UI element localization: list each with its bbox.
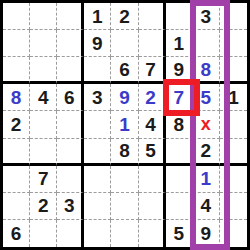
- cell-r7c8[interactable]: 1: [193, 166, 220, 193]
- cell-r8c4[interactable]: [84, 193, 111, 220]
- cell-r6c5[interactable]: 8: [111, 139, 138, 166]
- cell-r6c4[interactable]: [84, 139, 111, 166]
- cell-r1c6[interactable]: [139, 3, 166, 30]
- sudoku-board: 1239167988463927512148x85271234659: [0, 0, 250, 250]
- cell-r3c3[interactable]: [57, 57, 84, 84]
- cell-r9c8[interactable]: 9: [193, 220, 220, 247]
- cell-r5c4[interactable]: [84, 111, 111, 138]
- cell-r9c5[interactable]: [111, 220, 138, 247]
- cell-r7c4[interactable]: [84, 166, 111, 193]
- cell-r6c9[interactable]: [220, 139, 247, 166]
- cell-r9c9[interactable]: [220, 220, 247, 247]
- sudoku-grid: 1239167988463927512148x85271234659: [0, 0, 250, 250]
- cell-r5c9[interactable]: [220, 111, 247, 138]
- cell-r8c5[interactable]: [111, 193, 138, 220]
- cell-r2c1[interactable]: [3, 30, 30, 57]
- cell-r5c6[interactable]: 4: [139, 111, 166, 138]
- cell-r5c7[interactable]: 8: [166, 111, 193, 138]
- cell-r6c2[interactable]: [30, 139, 57, 166]
- cell-r5c2[interactable]: [30, 111, 57, 138]
- cell-r4c8[interactable]: 5: [193, 84, 220, 111]
- cell-r4c2[interactable]: 4: [30, 84, 57, 111]
- cell-r4c3[interactable]: 6: [57, 84, 84, 111]
- cell-r5c5[interactable]: 1: [111, 111, 138, 138]
- cell-r2c6[interactable]: [139, 30, 166, 57]
- cell-r9c2[interactable]: [30, 220, 57, 247]
- cell-r9c6[interactable]: [139, 220, 166, 247]
- cell-r8c9[interactable]: [220, 193, 247, 220]
- cell-r1c3[interactable]: [57, 3, 84, 30]
- cell-r1c2[interactable]: [30, 3, 57, 30]
- cell-r8c8[interactable]: 4: [193, 193, 220, 220]
- cell-r4c6[interactable]: 2: [139, 84, 166, 111]
- cell-r9c3[interactable]: [57, 220, 84, 247]
- cell-r7c3[interactable]: [57, 166, 84, 193]
- cell-r6c7[interactable]: [166, 139, 193, 166]
- cell-r4c9[interactable]: 1: [220, 84, 247, 111]
- cell-r1c4[interactable]: 1: [84, 3, 111, 30]
- cell-r4c7[interactable]: 7: [166, 84, 193, 111]
- cell-r2c5[interactable]: [111, 30, 138, 57]
- cell-r4c1[interactable]: 8: [3, 84, 30, 111]
- cell-r9c4[interactable]: [84, 220, 111, 247]
- cell-r1c1[interactable]: [3, 3, 30, 30]
- cell-r6c6[interactable]: 5: [139, 139, 166, 166]
- cell-r1c9[interactable]: [220, 3, 247, 30]
- cell-r6c8[interactable]: 2: [193, 139, 220, 166]
- cell-r7c9[interactable]: [220, 166, 247, 193]
- cell-r5c1[interactable]: 2: [3, 111, 30, 138]
- cell-r8c1[interactable]: [3, 193, 30, 220]
- cell-r9c7[interactable]: 5: [166, 220, 193, 247]
- cell-r3c7[interactable]: 9: [166, 57, 193, 84]
- cell-r6c3[interactable]: [57, 139, 84, 166]
- cell-r4c4[interactable]: 3: [84, 84, 111, 111]
- cell-r8c2[interactable]: 2: [30, 193, 57, 220]
- cell-r2c2[interactable]: [30, 30, 57, 57]
- cell-r2c4[interactable]: 9: [84, 30, 111, 57]
- cell-r4c5[interactable]: 9: [111, 84, 138, 111]
- cell-r3c2[interactable]: [30, 57, 57, 84]
- cell-r2c8[interactable]: [193, 30, 220, 57]
- cell-r5c8[interactable]: x: [193, 111, 220, 138]
- cell-r3c4[interactable]: [84, 57, 111, 84]
- cell-r7c6[interactable]: [139, 166, 166, 193]
- cell-r3c1[interactable]: [3, 57, 30, 84]
- cell-r7c1[interactable]: [3, 166, 30, 193]
- cell-r3c8[interactable]: 8: [193, 57, 220, 84]
- cell-r7c5[interactable]: [111, 166, 138, 193]
- cell-r7c7[interactable]: [166, 166, 193, 193]
- cell-r1c8[interactable]: 3: [193, 3, 220, 30]
- cell-r2c9[interactable]: [220, 30, 247, 57]
- cell-r3c5[interactable]: 6: [111, 57, 138, 84]
- cell-r6c1[interactable]: [3, 139, 30, 166]
- cell-r7c2[interactable]: 7: [30, 166, 57, 193]
- cell-r2c3[interactable]: [57, 30, 84, 57]
- cell-r9c1[interactable]: 6: [3, 220, 30, 247]
- cell-r5c3[interactable]: [57, 111, 84, 138]
- cell-r1c5[interactable]: 2: [111, 3, 138, 30]
- cell-r3c6[interactable]: 7: [139, 57, 166, 84]
- cell-r8c7[interactable]: [166, 193, 193, 220]
- cell-r2c7[interactable]: 1: [166, 30, 193, 57]
- cell-r8c3[interactable]: 3: [57, 193, 84, 220]
- cell-r3c9[interactable]: [220, 57, 247, 84]
- cell-r8c6[interactable]: [139, 193, 166, 220]
- cell-r1c7[interactable]: [166, 3, 193, 30]
